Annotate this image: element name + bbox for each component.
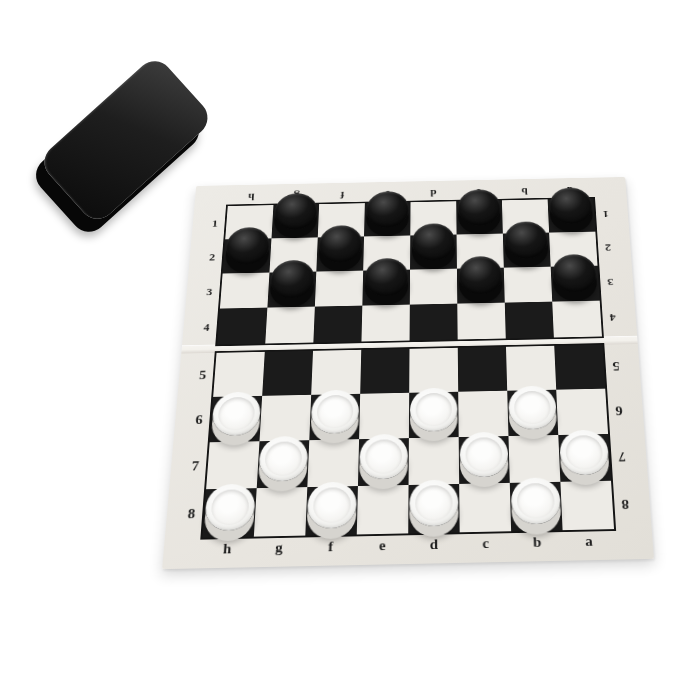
square-b6[interactable]: [507, 390, 558, 436]
black-man-d2[interactable]: [412, 223, 455, 261]
white-man-e7[interactable]: [359, 434, 408, 480]
square-g8[interactable]: [254, 487, 307, 537]
rank-label-right-7: 7: [608, 433, 636, 480]
black-man-g1[interactable]: [274, 193, 318, 230]
file-label-bottom-d: d: [408, 532, 460, 556]
black-man-c3[interactable]: [459, 256, 503, 295]
square-g3[interactable]: [267, 272, 316, 308]
white-man-f6[interactable]: [310, 390, 359, 434]
square-e8[interactable]: [357, 485, 409, 534]
square-a7[interactable]: [558, 434, 611, 482]
black-man-e3[interactable]: [364, 258, 408, 297]
square-d7[interactable]: [409, 437, 460, 485]
file-label-bottom-b: b: [511, 530, 563, 554]
rank-label-right-1: 1: [593, 198, 618, 232]
square-a4[interactable]: [552, 301, 602, 338]
square-b2[interactable]: [503, 233, 551, 268]
square-a8[interactable]: [560, 481, 614, 530]
file-label-bottom-e: e: [356, 533, 408, 557]
square-d8[interactable]: [408, 484, 459, 533]
file-label-top-d: d: [411, 185, 457, 202]
square-g5[interactable]: [262, 351, 313, 396]
square-e4[interactable]: [361, 305, 409, 342]
square-h6[interactable]: [210, 396, 262, 442]
board-top-half: hgfedcba11223344: [193, 182, 626, 345]
square-b5[interactable]: [506, 346, 556, 391]
black-man-e1[interactable]: [366, 191, 409, 228]
square-f2[interactable]: [316, 236, 364, 271]
file-label-bottom-f: f: [304, 534, 356, 558]
black-man-b2[interactable]: [504, 221, 548, 259]
square-d3[interactable]: [410, 269, 457, 305]
square-b7[interactable]: [508, 435, 560, 483]
file-label-top-b: b: [501, 183, 547, 200]
rank-label-right-5: 5: [602, 344, 629, 388]
rank-label-right-6: 6: [605, 388, 633, 434]
rank-label-left-2: 2: [199, 239, 225, 274]
file-label-bottom-g: g: [252, 536, 305, 560]
rank-label-left-4: 4: [193, 309, 220, 345]
square-f5[interactable]: [311, 350, 361, 395]
square-d5[interactable]: [409, 348, 458, 393]
white-man-f8[interactable]: [307, 481, 358, 528]
black-man-c1[interactable]: [458, 189, 501, 226]
square-g6[interactable]: [259, 395, 311, 441]
file-label-top-h: h: [228, 189, 275, 206]
square-g7[interactable]: [257, 440, 310, 488]
checkers-board: hgfedcba11223344 hgfedcba55667788: [162, 105, 657, 569]
white-man-b6[interactable]: [508, 385, 557, 429]
rank-label-right-2: 2: [595, 231, 621, 266]
white-man-h6[interactable]: [211, 392, 261, 437]
white-man-d6[interactable]: [410, 387, 458, 431]
square-c4[interactable]: [457, 303, 505, 340]
rank-label-right-4: 4: [600, 300, 626, 336]
rank-label-right-3: 3: [598, 265, 624, 300]
rank-label-left-7: 7: [181, 442, 210, 489]
square-h4[interactable]: [217, 308, 267, 345]
squares-rows-1-4: [217, 198, 602, 344]
square-c5[interactable]: [458, 347, 507, 392]
square-c7[interactable]: [459, 436, 510, 484]
board-bottom-half: hgfedcba55667788: [175, 344, 642, 561]
square-h3[interactable]: [220, 273, 270, 309]
square-f8[interactable]: [305, 486, 358, 536]
square-f6[interactable]: [309, 394, 360, 440]
square-c8[interactable]: [459, 483, 511, 532]
square-g1[interactable]: [271, 204, 319, 238]
square-e3[interactable]: [362, 270, 410, 306]
square-b4[interactable]: [505, 302, 554, 339]
square-a3[interactable]: [551, 266, 600, 302]
square-h8[interactable]: [202, 488, 256, 538]
file-label-bottom-h: h: [201, 537, 254, 561]
black-man-g3[interactable]: [270, 260, 315, 299]
white-man-g7[interactable]: [258, 436, 308, 482]
rank-label-left-3: 3: [196, 274, 222, 310]
square-a6[interactable]: [556, 389, 608, 435]
square-f3[interactable]: [315, 271, 363, 307]
rank-label-right-8: 8: [611, 480, 640, 529]
file-label-top-f: f: [319, 187, 365, 204]
white-man-b8[interactable]: [511, 477, 562, 524]
rank-label-left-6: 6: [185, 397, 213, 443]
board-perspective-wrap: hgfedcba11223344 hgfedcba55667788: [162, 177, 654, 569]
square-b3[interactable]: [504, 267, 552, 303]
square-c3[interactable]: [457, 268, 505, 304]
game-board-mat: hgfedcba11223344 hgfedcba55667788: [162, 177, 654, 569]
square-a1[interactable]: [548, 198, 596, 232]
square-h5[interactable]: [213, 352, 265, 397]
rank-label-left-1: 1: [202, 206, 228, 240]
square-d6[interactable]: [409, 392, 459, 438]
square-f4[interactable]: [313, 306, 362, 343]
square-g4[interactable]: [265, 307, 315, 344]
file-label-bottom-c: c: [460, 531, 512, 555]
square-a5[interactable]: [554, 345, 605, 390]
product-photo-canvas: hgfedcba11223344 hgfedcba55667788: [0, 0, 700, 700]
white-man-c7[interactable]: [460, 432, 509, 478]
rank-label-left-5: 5: [189, 353, 217, 398]
square-b8[interactable]: [510, 482, 563, 531]
squares-rows-5-8: [202, 345, 614, 538]
square-e6[interactable]: [359, 393, 409, 439]
square-c1[interactable]: [456, 200, 503, 234]
square-c6[interactable]: [458, 391, 508, 437]
file-label-bottom-a: a: [563, 529, 616, 553]
square-h2[interactable]: [223, 238, 272, 273]
square-d4[interactable]: [410, 304, 458, 341]
square-e1[interactable]: [364, 202, 411, 236]
square-e5[interactable]: [360, 349, 409, 394]
square-e7[interactable]: [358, 438, 409, 486]
white-man-d8[interactable]: [409, 479, 458, 526]
square-f7[interactable]: [307, 439, 359, 487]
black-man-f2[interactable]: [318, 225, 362, 263]
square-h7[interactable]: [206, 441, 259, 489]
white-man-a7[interactable]: [559, 430, 610, 476]
square-d2[interactable]: [410, 235, 457, 270]
rank-label-left-8: 8: [177, 489, 206, 538]
white-man-h8[interactable]: [204, 484, 256, 531]
